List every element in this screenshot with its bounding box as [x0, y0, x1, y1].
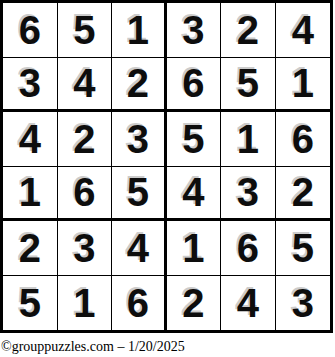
cell-r3c2: 2 [58, 112, 113, 167]
cell-r6c5: 4 [221, 276, 276, 331]
cell-r3c6: 6 [276, 112, 331, 167]
cell-r1c1: 6 [3, 3, 58, 58]
cell-r4c2: 6 [58, 167, 113, 222]
sudoku-board: 651324342651423516165432234165516243 [0, 0, 333, 333]
cell-r5c5: 6 [221, 221, 276, 276]
cell-r5c6: 5 [276, 221, 331, 276]
cell-r2c2: 4 [58, 58, 113, 113]
cell-r5c2: 3 [58, 221, 113, 276]
cell-r6c6: 3 [276, 276, 331, 331]
cell-r4c1: 1 [3, 167, 58, 222]
cell-r1c6: 4 [276, 3, 331, 58]
cell-r2c4: 6 [167, 58, 222, 113]
cell-r1c4: 3 [167, 3, 222, 58]
cell-r1c3: 1 [112, 3, 167, 58]
cell-r6c1: 5 [3, 276, 58, 331]
sudoku-page: 651324342651423516165432234165516243 ©gr… [0, 0, 335, 357]
cell-r3c4: 5 [167, 112, 222, 167]
cell-r6c4: 2 [167, 276, 222, 331]
cell-r4c5: 3 [221, 167, 276, 222]
cell-r4c4: 4 [167, 167, 222, 222]
cell-r3c5: 1 [221, 112, 276, 167]
cell-r5c4: 1 [167, 221, 222, 276]
cell-r2c1: 3 [3, 58, 58, 113]
cell-r4c3: 5 [112, 167, 167, 222]
cell-r4c6: 2 [276, 167, 331, 222]
copyright-credit: ©grouppuzzles.com – 1/20/2025 [1, 338, 185, 356]
cell-r1c2: 5 [58, 3, 113, 58]
cell-r3c3: 3 [112, 112, 167, 167]
cell-r1c5: 2 [221, 3, 276, 58]
cell-r3c1: 4 [3, 112, 58, 167]
cell-r2c6: 1 [276, 58, 331, 113]
cell-r5c1: 2 [3, 221, 58, 276]
cell-r2c3: 2 [112, 58, 167, 113]
cell-r6c3: 6 [112, 276, 167, 331]
cell-r6c2: 1 [58, 276, 113, 331]
cell-r5c3: 4 [112, 221, 167, 276]
cell-r2c5: 5 [221, 58, 276, 113]
